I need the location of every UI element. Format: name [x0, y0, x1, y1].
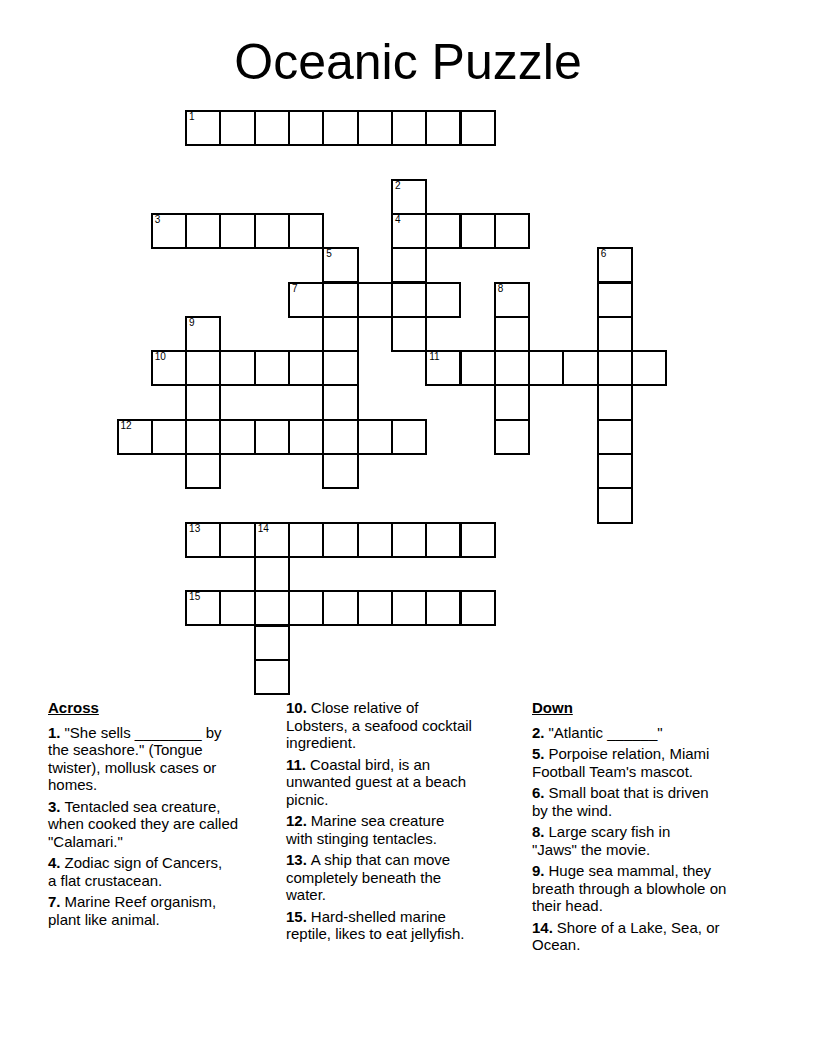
- grid-cell-r4c8[interactable]: [391, 247, 427, 283]
- grid-cell-r12c2[interactable]: 13: [185, 522, 221, 558]
- clue-column-across: Across 1."She sells ________ by the seas…: [48, 699, 286, 932]
- cell-number: 6: [601, 248, 607, 260]
- clue-text: Zodiac sign of Cancers, a flat crustacea…: [48, 854, 222, 889]
- clue-down-2: 2."Atlantic ______": [532, 724, 796, 742]
- grid-cell-r7c6[interactable]: [322, 350, 358, 386]
- grid-cell-r8c2[interactable]: [185, 384, 221, 420]
- clue-across-10: 10.Close relative of Lobsters, a seafood…: [286, 699, 528, 752]
- clue-text: Coastal bird, is an unwanted guest at a …: [286, 756, 466, 808]
- grid-cell-r6c8[interactable]: [391, 316, 427, 352]
- grid-cell-r7c13[interactable]: [562, 350, 598, 386]
- grid-cell-r11c14[interactable]: [597, 487, 633, 523]
- grid-cell-r7c12[interactable]: [528, 350, 564, 386]
- clue-number: 7.: [48, 893, 65, 910]
- clue-number: 15.: [286, 908, 311, 925]
- clue-text: Tentacled sea creature, when cooked they…: [48, 798, 238, 850]
- grid-cell-r0c10[interactable]: [460, 110, 496, 146]
- grid-cell-r14c3[interactable]: [219, 590, 255, 626]
- grid-cell-r16c4[interactable]: [254, 659, 290, 695]
- grid-cell-r0c7[interactable]: [357, 110, 393, 146]
- clue-text: Close relative of Lobsters, a seafood co…: [286, 699, 472, 751]
- grid-cell-r7c9[interactable]: 11: [425, 350, 461, 386]
- clue-down-6: 6.Small boat that is driven by the wind.: [532, 784, 796, 819]
- clue-down-5: 5.Porpoise relation, Miami Football Team…: [532, 745, 796, 780]
- grid-cell-r12c7[interactable]: [357, 522, 393, 558]
- clue-column-down: Down 2."Atlantic ______" 5.Porpoise rela…: [532, 699, 796, 958]
- clue-number: 8.: [532, 823, 549, 840]
- cell-number: 7: [292, 283, 298, 295]
- clue-down-14: 14.Shore of a Lake, Sea, or Ocean.: [532, 919, 796, 954]
- grid-cell-r14c9[interactable]: [425, 590, 461, 626]
- grid-cell-r15c4[interactable]: [254, 625, 290, 661]
- cell-number: 12: [121, 420, 132, 432]
- grid-cell-r9c6[interactable]: [322, 419, 358, 455]
- grid-cell-r0c2[interactable]: 1: [185, 110, 221, 146]
- across-header: Across: [48, 699, 286, 717]
- grid-cell-r9c2[interactable]: [185, 419, 221, 455]
- cell-number: 1: [189, 111, 195, 123]
- clue-across-13: 13.A ship that can move completely benea…: [286, 851, 528, 904]
- grid-cell-r3c9[interactable]: [425, 213, 461, 249]
- clue-down-8: 8.Large scary fish in "Jaws" the movie.: [532, 823, 796, 858]
- grid-cell-r9c3[interactable]: [219, 419, 255, 455]
- grid-cell-r9c1[interactable]: [151, 419, 187, 455]
- cell-number: 9: [189, 317, 195, 329]
- page-title: Oceanic Puzzle: [0, 33, 816, 91]
- grid-cell-r12c3[interactable]: [219, 522, 255, 558]
- clue-number: 5.: [532, 745, 549, 762]
- clue-across-3: 3.Tentacled sea creature, when cooked th…: [48, 798, 286, 851]
- grid-cell-r12c5[interactable]: [288, 522, 324, 558]
- grid-cell-r8c14[interactable]: [597, 384, 633, 420]
- grid-cell-r14c7[interactable]: [357, 590, 393, 626]
- grid-cell-r9c7[interactable]: [357, 419, 393, 455]
- grid-cell-r0c3[interactable]: [219, 110, 255, 146]
- grid-cell-r7c4[interactable]: [254, 350, 290, 386]
- grid-cell-r14c10[interactable]: [460, 590, 496, 626]
- clue-number: 14.: [532, 919, 557, 936]
- cell-number: 4: [395, 214, 401, 226]
- grid-cell-r3c10[interactable]: [460, 213, 496, 249]
- grid-cell-r6c11[interactable]: [494, 316, 530, 352]
- grid-cell-r5c6[interactable]: [322, 282, 358, 318]
- cell-number: 15: [189, 591, 200, 603]
- grid-cell-r7c15[interactable]: [631, 350, 667, 386]
- grid-cell-r3c2[interactable]: [185, 213, 221, 249]
- grid-cell-r9c11[interactable]: [494, 419, 530, 455]
- grid-cell-r14c5[interactable]: [288, 590, 324, 626]
- grid-cell-r5c14[interactable]: [597, 282, 633, 318]
- grid-cell-r12c10[interactable]: [460, 522, 496, 558]
- grid-cell-r0c6[interactable]: [322, 110, 358, 146]
- grid-cell-r14c8[interactable]: [391, 590, 427, 626]
- grid-cell-r7c14[interactable]: [597, 350, 633, 386]
- grid-cell-r7c10[interactable]: [460, 350, 496, 386]
- clue-text: Porpoise relation, Miami Football Team's…: [532, 745, 709, 780]
- grid-cell-r9c0[interactable]: 12: [117, 419, 153, 455]
- grid-cell-r9c14[interactable]: [597, 419, 633, 455]
- clue-down-9: 9.Huge sea mammal, they breath through a…: [532, 862, 796, 915]
- grid-cell-r0c4[interactable]: [254, 110, 290, 146]
- grid-cell-r7c3[interactable]: [219, 350, 255, 386]
- grid-cell-r8c6[interactable]: [322, 384, 358, 420]
- grid-cell-r4c14[interactable]: 6: [597, 247, 633, 283]
- grid-cell-r7c5[interactable]: [288, 350, 324, 386]
- clue-across-12: 12.Marine sea creature with stinging ten…: [286, 812, 528, 847]
- clue-number: 10.: [286, 699, 311, 716]
- grid-cell-r3c3[interactable]: [219, 213, 255, 249]
- grid-cell-r7c2[interactable]: [185, 350, 221, 386]
- cell-number: 11: [429, 351, 439, 363]
- cell-number: 10: [155, 351, 166, 363]
- grid-cell-r9c4[interactable]: [254, 419, 290, 455]
- grid-cell-r4c6[interactable]: 5: [322, 247, 358, 283]
- clue-text: Large scary fish in "Jaws" the movie.: [532, 823, 670, 858]
- grid-cell-r0c5[interactable]: [288, 110, 324, 146]
- grid-cell-r0c9[interactable]: [425, 110, 461, 146]
- cell-number: 14: [258, 523, 269, 535]
- clue-text: Small boat that is driven by the wind.: [532, 784, 709, 819]
- clue-number: 9.: [532, 862, 549, 879]
- grid-cell-r8c11[interactable]: [494, 384, 530, 420]
- clue-number: 11.: [286, 756, 310, 773]
- clue-across-4: 4.Zodiac sign of Cancers, a flat crustac…: [48, 854, 286, 889]
- clue-across-1: 1."She sells ________ by the seashore." …: [48, 724, 286, 794]
- clue-text: Marine Reef organism, plant like animal.: [48, 893, 216, 928]
- grid-cell-r10c6[interactable]: [322, 453, 358, 489]
- down-header: Down: [532, 699, 796, 717]
- grid-cell-r9c8[interactable]: [391, 419, 427, 455]
- grid-cell-r12c8[interactable]: [391, 522, 427, 558]
- grid-cell-r6c14[interactable]: [597, 316, 633, 352]
- grid-cell-r3c5[interactable]: [288, 213, 324, 249]
- clue-text: Shore of a Lake, Sea, or Ocean.: [532, 919, 719, 954]
- grid-cell-r12c4[interactable]: 14: [254, 522, 290, 558]
- clue-number: 4.: [48, 854, 65, 871]
- grid-cell-r3c11[interactable]: [494, 213, 530, 249]
- cell-number: 5: [326, 248, 332, 260]
- clue-column-across-continued: 10.Close relative of Lobsters, a seafood…: [286, 699, 528, 947]
- grid-cell-r5c11[interactable]: 8: [494, 282, 530, 318]
- grid-cell-r5c7[interactable]: [357, 282, 393, 318]
- grid-cell-r10c2[interactable]: [185, 453, 221, 489]
- grid-cell-r6c6[interactable]: [322, 316, 358, 352]
- grid-cell-r14c2[interactable]: 15: [185, 590, 221, 626]
- grid-cell-r14c4[interactable]: [254, 590, 290, 626]
- grid-cell-r9c5[interactable]: [288, 419, 324, 455]
- clue-number: 3.: [48, 798, 65, 815]
- clue-number: 1.: [48, 724, 65, 741]
- cell-number: 2: [395, 180, 401, 192]
- grid-cell-r10c14[interactable]: [597, 453, 633, 489]
- clue-number: 13.: [286, 851, 311, 868]
- grid-cell-r13c4[interactable]: [254, 556, 290, 592]
- cell-number: 3: [155, 214, 161, 226]
- clue-across-15: 15.Hard-shelled marine reptile, likes to…: [286, 908, 528, 943]
- clue-text: A ship that can move completely beneath …: [286, 851, 450, 903]
- grid-cell-r2c8[interactable]: 2: [391, 179, 427, 215]
- clue-number: 2.: [532, 724, 549, 741]
- grid-cell-r3c8[interactable]: 4: [391, 213, 427, 249]
- clue-text: Hard-shelled marine reptile, likes to ea…: [286, 908, 464, 943]
- grid-cell-r3c4[interactable]: [254, 213, 290, 249]
- grid-cell-r12c6[interactable]: [322, 522, 358, 558]
- grid-cell-r7c11[interactable]: [494, 350, 530, 386]
- grid-cell-r0c8[interactable]: [391, 110, 427, 146]
- grid-cell-r5c8[interactable]: [391, 282, 427, 318]
- clue-across-7: 7.Marine Reef organism, plant like anima…: [48, 893, 286, 928]
- cell-number: 13: [189, 523, 200, 535]
- crossword-page: Oceanic Puzzle 123456789101112131415 Acr…: [0, 0, 816, 1056]
- grid-cell-r3c1[interactable]: 3: [151, 213, 187, 249]
- clue-across-11: 11.Coastal bird, is an unwanted guest at…: [286, 756, 528, 809]
- cell-number: 8: [498, 283, 504, 295]
- clue-number: 12.: [286, 812, 311, 829]
- clue-text: "She sells ________ by the seashore." (T…: [48, 724, 222, 794]
- grid-cell-r12c9[interactable]: [425, 522, 461, 558]
- grid-cell-r6c2[interactable]: 9: [185, 316, 221, 352]
- grid-cell-r7c1[interactable]: 10: [151, 350, 187, 386]
- grid-cell-r14c6[interactable]: [322, 590, 358, 626]
- clue-number: 6.: [532, 784, 549, 801]
- clue-text: Huge sea mammal, they breath through a b…: [532, 862, 726, 914]
- grid-cell-r5c5[interactable]: 7: [288, 282, 324, 318]
- grid-cell-r5c9[interactable]: [425, 282, 461, 318]
- clue-text: "Atlantic ______": [549, 724, 663, 741]
